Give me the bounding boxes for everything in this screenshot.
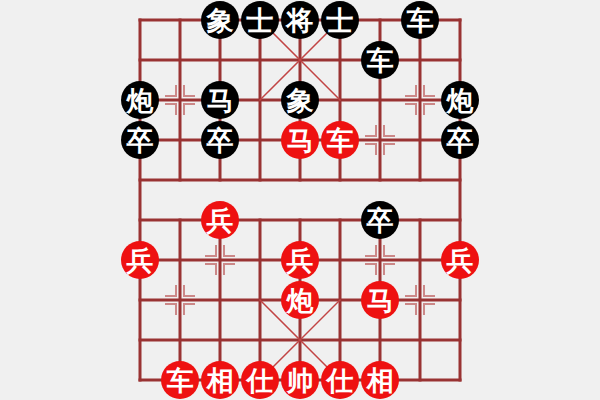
piece-black-soldier[interactable]: 卒 bbox=[361, 201, 399, 239]
piece-black-general[interactable]: 将 bbox=[281, 1, 319, 39]
piece-red-soldier[interactable]: 兵 bbox=[281, 241, 319, 279]
piece-red-soldier[interactable]: 兵 bbox=[201, 201, 239, 239]
piece-red-elephant[interactable]: 相 bbox=[361, 361, 399, 399]
piece-red-cannon[interactable]: 炮 bbox=[281, 281, 319, 319]
piece-red-horse[interactable]: 马 bbox=[281, 121, 319, 159]
piece-red-elephant[interactable]: 相 bbox=[201, 361, 239, 399]
piece-black-cannon[interactable]: 炮 bbox=[121, 81, 159, 119]
piece-black-cannon[interactable]: 炮 bbox=[441, 81, 479, 119]
piece-black-elephant[interactable]: 象 bbox=[201, 1, 239, 39]
piece-red-horse[interactable]: 马 bbox=[361, 281, 399, 319]
piece-black-soldier[interactable]: 卒 bbox=[121, 121, 159, 159]
piece-black-horse[interactable]: 马 bbox=[201, 81, 239, 119]
piece-red-advisor[interactable]: 仕 bbox=[241, 361, 279, 399]
pieces-layer: 象士将士车车炮马象炮卒卒卒卒马车兵兵兵兵炮马车相仕帅仕相 bbox=[120, 0, 480, 400]
piece-red-chariot[interactable]: 车 bbox=[321, 121, 359, 159]
piece-red-soldier[interactable]: 兵 bbox=[441, 241, 479, 279]
piece-black-advisor[interactable]: 士 bbox=[321, 1, 359, 39]
piece-black-chariot[interactable]: 车 bbox=[361, 41, 399, 79]
piece-black-chariot[interactable]: 车 bbox=[401, 1, 439, 39]
piece-black-advisor[interactable]: 士 bbox=[241, 1, 279, 39]
piece-black-soldier[interactable]: 卒 bbox=[201, 121, 239, 159]
xiangqi-board: 象士将士车车炮马象炮卒卒卒卒马车兵兵兵兵炮马车相仕帅仕相 bbox=[0, 0, 600, 400]
piece-black-elephant[interactable]: 象 bbox=[281, 81, 319, 119]
piece-red-soldier[interactable]: 兵 bbox=[121, 241, 159, 279]
piece-red-chariot[interactable]: 车 bbox=[161, 361, 199, 399]
piece-red-advisor[interactable]: 仕 bbox=[321, 361, 359, 399]
piece-red-general[interactable]: 帅 bbox=[281, 361, 319, 399]
piece-black-soldier[interactable]: 卒 bbox=[441, 121, 479, 159]
